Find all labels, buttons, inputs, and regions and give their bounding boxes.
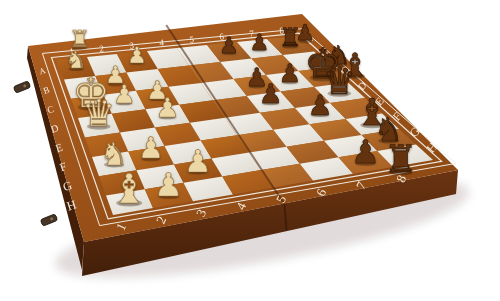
chess-set-photo: 1234567812345678ABCDEFGHABCDEFGH ♟♜♜♟♟♟♞… — [0, 0, 500, 301]
board-svg: 1234567812345678ABCDEFGHABCDEFGH — [0, 0, 500, 301]
clasp-1 — [13, 81, 30, 93]
clasp-2 — [40, 214, 57, 226]
